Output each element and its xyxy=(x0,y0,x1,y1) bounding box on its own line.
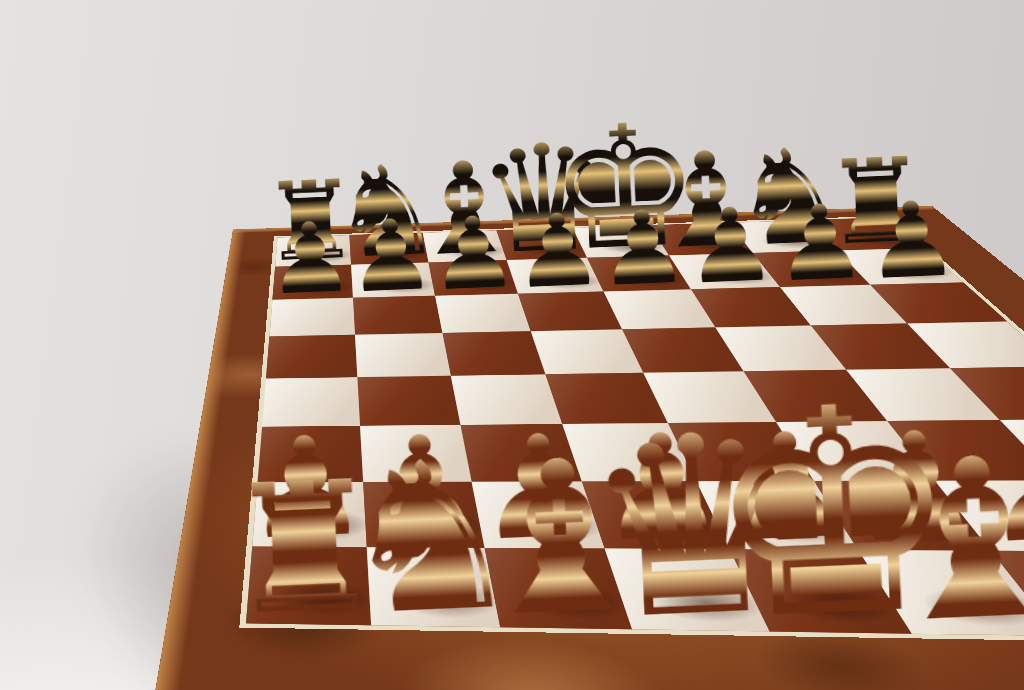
square-b6[interactable] xyxy=(353,296,442,335)
square-a6[interactable] xyxy=(269,298,354,337)
photo-stage: ♜♞♝♛♚♝♞♜♟♟♟♟♟♟♟♟♟♟♟♟♟♟♟♟♜♞♝♛♚♝♞♜ xyxy=(0,0,1024,690)
scene-3d: ♜♞♝♛♚♝♞♜♟♟♟♟♟♟♟♟♟♟♟♟♟♟♟♟♜♞♝♛♚♝♞♜ xyxy=(0,0,1024,690)
chess-board: ♜♞♝♛♚♝♞♜♟♟♟♟♟♟♟♟♟♟♟♟♟♟♟♟♜♞♝♛♚♝♞♜ xyxy=(149,206,1024,690)
square-b5[interactable] xyxy=(355,333,451,377)
square-h6[interactable] xyxy=(870,282,1007,323)
square-d5[interactable] xyxy=(531,329,643,374)
piece-black-pawn-h7[interactable]: ♟ xyxy=(829,196,994,284)
playing-area: ♜♞♝♛♚♝♞♜♟♟♟♟♟♟♟♟♟♟♟♟♟♟♟♟♜♞♝♛♚♝♞♜ xyxy=(239,216,1024,646)
studio-backdrop: ♜♞♝♛♚♝♞♜♟♟♟♟♟♟♟♟♟♟♟♟♟♟♟♟♜♞♝♛♚♝♞♜ xyxy=(0,0,1024,690)
square-c5[interactable] xyxy=(442,331,546,375)
square-h7[interactable]: ♟ xyxy=(837,248,963,285)
square-a5[interactable] xyxy=(266,335,357,379)
square-c6[interactable] xyxy=(435,293,531,333)
